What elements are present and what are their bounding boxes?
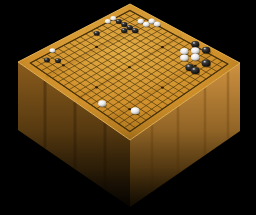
star-point	[95, 86, 98, 88]
star-point	[128, 108, 131, 110]
star-point	[194, 65, 197, 67]
star-point	[161, 86, 164, 88]
star-point	[128, 66, 131, 68]
star-point	[62, 64, 65, 66]
star-point	[95, 46, 98, 48]
goban-3d	[0, 0, 256, 215]
bottom-shadow	[0, 130, 256, 215]
go-board-scene	[0, 0, 256, 215]
star-point	[161, 46, 164, 48]
